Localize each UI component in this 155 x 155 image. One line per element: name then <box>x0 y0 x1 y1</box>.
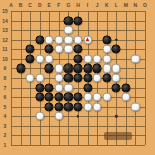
black-stone-G9 <box>64 64 73 73</box>
black-stone-D6 <box>35 93 44 102</box>
row-label-11: 11 <box>2 47 7 52</box>
black-stone-G5 <box>64 102 73 111</box>
black-stone-G14 <box>64 16 73 25</box>
row-label-10: 10 <box>2 56 8 61</box>
black-stone-E11 <box>45 45 54 54</box>
white-stone-G7 <box>64 83 73 92</box>
black-stone-D12 <box>35 35 44 44</box>
black-stone-H14 <box>73 16 82 25</box>
column-label-I: I <box>87 3 88 8</box>
white-stone-K9 <box>102 64 111 73</box>
white-stone-N10 <box>131 54 140 63</box>
column-label-E: E <box>48 3 51 8</box>
white-stone-J8 <box>93 73 102 82</box>
last-move-triangle-marker <box>86 38 90 42</box>
black-stone-F5 <box>54 102 63 111</box>
white-stone-I5 <box>83 102 92 111</box>
white-stone-I12 <box>83 35 92 44</box>
grid-line-horizontal <box>11 145 145 146</box>
white-stone-F9 <box>54 64 63 73</box>
black-stone-I9 <box>83 64 92 73</box>
white-stone-I10 <box>83 54 92 63</box>
row-label-13: 13 <box>2 28 8 33</box>
black-stone-E9 <box>45 64 54 73</box>
white-stone-F12 <box>54 35 63 44</box>
black-stone-L7 <box>112 83 121 92</box>
white-stone-E10 <box>45 54 54 63</box>
row-label-9: 9 <box>4 66 7 71</box>
black-stone-H9 <box>73 64 82 73</box>
black-stone-E5 <box>45 102 54 111</box>
column-label-F: F <box>57 3 60 8</box>
column-label-D: D <box>38 3 42 8</box>
row-label-12: 12 <box>2 37 8 42</box>
white-stone-H12 <box>73 35 82 44</box>
white-stone-K11 <box>102 45 111 54</box>
white-stone-F4 <box>54 112 63 121</box>
white-stone-M6 <box>121 93 130 102</box>
white-stone-D10 <box>35 54 44 63</box>
black-stone-K8 <box>102 73 111 82</box>
column-label-J: J <box>96 3 99 8</box>
black-stone-E7 <box>45 83 54 92</box>
white-stone-L8 <box>112 73 121 82</box>
white-stone-F11 <box>54 45 63 54</box>
black-stone-L11 <box>112 45 121 54</box>
black-stone-H8 <box>73 73 82 82</box>
white-stone-F7 <box>54 83 63 92</box>
black-stone-C11 <box>26 45 35 54</box>
black-stone-H10 <box>73 54 82 63</box>
row-label-7: 7 <box>4 85 7 90</box>
watermark-bar <box>104 132 132 140</box>
white-stone-F8 <box>54 73 63 82</box>
row-label-1: 1 <box>4 143 7 148</box>
white-stone-N5 <box>131 102 140 111</box>
black-stone-F6 <box>54 93 63 102</box>
white-stone-I6 <box>83 93 92 102</box>
black-stone-I7 <box>83 83 92 92</box>
column-label-L: L <box>115 3 118 8</box>
column-label-M: M <box>124 3 128 8</box>
black-stone-B9 <box>16 64 25 73</box>
black-stone-J9 <box>93 64 102 73</box>
black-stone-E6 <box>45 93 54 102</box>
go-board[interactable]: ABCDEFGHIJKLMNO151413121110987654321 <box>0 0 155 155</box>
black-stone-H11 <box>73 45 82 54</box>
white-stone-J5 <box>93 102 102 111</box>
white-stone-D4 <box>35 112 44 121</box>
column-label-B: B <box>19 3 23 8</box>
white-stone-E12 <box>45 35 54 44</box>
row-label-5: 5 <box>4 104 7 109</box>
black-stone-G8 <box>64 73 73 82</box>
column-label-K: K <box>105 3 109 8</box>
column-label-A: A <box>9 3 13 8</box>
black-stone-H6 <box>73 93 82 102</box>
black-stone-I8 <box>83 73 92 82</box>
row-label-15: 15 <box>2 9 8 14</box>
black-stone-M7 <box>121 83 130 92</box>
row-label-3: 3 <box>4 123 7 128</box>
row-label-2: 2 <box>4 133 7 138</box>
black-stone-H5 <box>73 102 82 111</box>
black-stone-D7 <box>35 83 44 92</box>
white-stone-K10 <box>102 54 111 63</box>
black-stone-C10 <box>26 54 35 63</box>
black-stone-G6 <box>64 93 73 102</box>
white-stone-G11 <box>64 45 73 54</box>
white-stone-J6 <box>93 93 102 102</box>
column-label-C: C <box>28 3 32 8</box>
row-label-8: 8 <box>4 76 7 81</box>
white-stone-K6 <box>102 93 111 102</box>
grid-line-vertical <box>135 11 136 145</box>
white-stone-L9 <box>112 64 121 73</box>
column-label-H: H <box>76 3 80 8</box>
white-stone-C8 <box>26 73 35 82</box>
column-label-O: O <box>143 3 147 8</box>
white-stone-J10 <box>93 54 102 63</box>
white-stone-G12 <box>64 35 73 44</box>
white-stone-G13 <box>64 26 73 35</box>
column-label-G: G <box>66 3 70 8</box>
grid-line-vertical <box>145 11 146 145</box>
white-stone-D8 <box>35 73 44 82</box>
column-label-N: N <box>134 3 138 8</box>
row-label-4: 4 <box>4 114 7 119</box>
grid-line-vertical <box>126 11 127 145</box>
row-label-6: 6 <box>4 95 7 100</box>
row-label-14: 14 <box>2 18 8 23</box>
black-stone-K12 <box>102 35 111 44</box>
